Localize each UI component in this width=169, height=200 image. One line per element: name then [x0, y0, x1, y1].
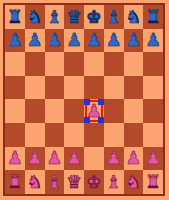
square-b7[interactable]: ♟ — [25, 29, 45, 53]
piece-white-pawn: ♟ — [7, 149, 23, 167]
square-f1[interactable]: ♝ — [104, 170, 124, 194]
piece-black-queen: ♛ — [66, 8, 82, 26]
square-a1[interactable]: ♜ — [5, 170, 25, 194]
square-e6[interactable] — [84, 52, 104, 76]
piece-black-pawn: ♟ — [27, 31, 43, 49]
square-e4[interactable]: ♟ — [84, 99, 104, 123]
square-g3[interactable] — [124, 123, 144, 147]
square-g7[interactable]: ♟ — [124, 29, 144, 53]
square-d8[interactable]: ♛ — [64, 5, 84, 29]
square-c3[interactable] — [45, 123, 65, 147]
square-h6[interactable] — [143, 52, 163, 76]
piece-black-pawn: ♟ — [106, 31, 122, 49]
square-c6[interactable] — [45, 52, 65, 76]
square-f7[interactable]: ♟ — [104, 29, 124, 53]
piece-white-rook: ♜ — [145, 173, 161, 191]
square-b4[interactable] — [25, 99, 45, 123]
square-f2[interactable]: ♟ — [104, 147, 124, 171]
square-h3[interactable] — [143, 123, 163, 147]
square-d3[interactable] — [64, 123, 84, 147]
square-a2[interactable]: ♟ — [5, 147, 25, 171]
piece-white-pawn: ♟ — [46, 149, 62, 167]
square-c1[interactable]: ♝ — [45, 170, 65, 194]
square-a8[interactable]: ♜ — [5, 5, 25, 29]
square-d4[interactable] — [64, 99, 84, 123]
square-g2[interactable]: ♟ — [124, 147, 144, 171]
square-e7[interactable]: ♟ — [84, 29, 104, 53]
square-g5[interactable] — [124, 76, 144, 100]
square-d1[interactable]: ♛ — [64, 170, 84, 194]
square-h4[interactable] — [143, 99, 163, 123]
square-b6[interactable] — [25, 52, 45, 76]
square-d5[interactable] — [64, 76, 84, 100]
board-frame: ♜♞♝♛♚♝♞♜♟♟♟♟♟♟♟♟♟♟♟♟♟♟♟♟♜♞♝♛♚♝♞♜ — [3, 3, 165, 196]
square-a5[interactable] — [5, 76, 25, 100]
square-e1[interactable]: ♚ — [84, 170, 104, 194]
square-b3[interactable] — [25, 123, 45, 147]
square-b2[interactable]: ♟ — [25, 147, 45, 171]
piece-black-pawn: ♟ — [86, 31, 102, 49]
square-c5[interactable] — [45, 76, 65, 100]
square-h8[interactable]: ♜ — [143, 5, 163, 29]
square-h7[interactable]: ♟ — [143, 29, 163, 53]
piece-black-bishop: ♝ — [46, 8, 62, 26]
square-g4[interactable] — [124, 99, 144, 123]
square-a6[interactable] — [5, 52, 25, 76]
piece-black-pawn: ♟ — [125, 31, 141, 49]
square-g8[interactable]: ♞ — [124, 5, 144, 29]
piece-white-knight: ♞ — [27, 173, 43, 191]
square-f6[interactable] — [104, 52, 124, 76]
piece-black-king: ♚ — [86, 8, 102, 26]
piece-white-pawn: ♟ — [86, 102, 102, 120]
square-a7[interactable]: ♟ — [5, 29, 25, 53]
square-b5[interactable] — [25, 76, 45, 100]
square-c7[interactable]: ♟ — [45, 29, 65, 53]
piece-black-pawn: ♟ — [66, 31, 82, 49]
square-e5[interactable] — [84, 76, 104, 100]
square-h1[interactable]: ♜ — [143, 170, 163, 194]
square-e2[interactable] — [84, 147, 104, 171]
piece-white-bishop: ♝ — [106, 173, 122, 191]
square-d2[interactable]: ♟ — [64, 147, 84, 171]
square-g1[interactable]: ♞ — [124, 170, 144, 194]
square-c8[interactable]: ♝ — [45, 5, 65, 29]
square-d6[interactable] — [64, 52, 84, 76]
square-h5[interactable] — [143, 76, 163, 100]
square-e3[interactable] — [84, 123, 104, 147]
chess-board: ♜♞♝♛♚♝♞♜♟♟♟♟♟♟♟♟♟♟♟♟♟♟♟♟♜♞♝♛♚♝♞♜ — [5, 5, 163, 194]
square-f4[interactable] — [104, 99, 124, 123]
piece-white-knight: ♞ — [125, 173, 141, 191]
piece-black-pawn: ♟ — [46, 31, 62, 49]
piece-white-pawn: ♟ — [27, 149, 43, 167]
piece-white-pawn: ♟ — [125, 149, 141, 167]
chess-game-screen: ♜♞♝♛♚♝♞♜♟♟♟♟♟♟♟♟♟♟♟♟♟♟♟♟♜♞♝♛♚♝♞♜ — [0, 0, 169, 200]
piece-black-knight: ♞ — [27, 8, 43, 26]
square-d7[interactable]: ♟ — [64, 29, 84, 53]
square-a3[interactable] — [5, 123, 25, 147]
piece-white-pawn: ♟ — [66, 149, 82, 167]
piece-black-rook: ♜ — [145, 8, 161, 26]
square-a4[interactable] — [5, 99, 25, 123]
square-f3[interactable] — [104, 123, 124, 147]
piece-white-pawn: ♟ — [106, 149, 122, 167]
piece-black-knight: ♞ — [125, 8, 141, 26]
square-c2[interactable]: ♟ — [45, 147, 65, 171]
piece-black-pawn: ♟ — [145, 31, 161, 49]
square-b8[interactable]: ♞ — [25, 5, 45, 29]
piece-white-bishop: ♝ — [46, 173, 62, 191]
square-h2[interactable]: ♟ — [143, 147, 163, 171]
square-g6[interactable] — [124, 52, 144, 76]
square-b1[interactable]: ♞ — [25, 170, 45, 194]
square-f5[interactable] — [104, 76, 124, 100]
square-e8[interactable]: ♚ — [84, 5, 104, 29]
piece-black-bishop: ♝ — [106, 8, 122, 26]
piece-white-king: ♚ — [86, 173, 102, 191]
piece-white-queen: ♛ — [66, 173, 82, 191]
piece-black-rook: ♜ — [7, 8, 23, 26]
square-c4[interactable] — [45, 99, 65, 123]
square-f8[interactable]: ♝ — [104, 5, 124, 29]
piece-white-pawn: ♟ — [145, 149, 161, 167]
piece-black-pawn: ♟ — [7, 31, 23, 49]
piece-white-rook: ♜ — [7, 173, 23, 191]
